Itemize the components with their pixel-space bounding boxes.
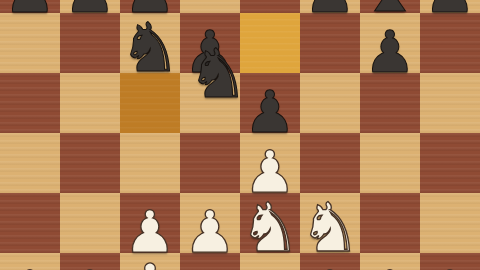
square-b3[interactable] [60, 193, 120, 253]
square-a3[interactable] [0, 193, 60, 253]
piece-black-pawn-g6[interactable]: ♟ [360, 13, 420, 73]
piece-black-pawn-b7[interactable]: ♟ [60, 0, 120, 13]
white-pawn-glyph: ♟ [184, 203, 236, 261]
white-pawn-glyph: ♟ [424, 263, 476, 270]
square-b5[interactable] [60, 73, 120, 133]
piece-white-knight-f3[interactable]: ♞ [300, 193, 360, 253]
white-pawn-glyph: ♟ [4, 263, 56, 270]
piece-black-bishop-g7[interactable]: ♝ [360, 0, 420, 13]
piece-black-pawn-a7[interactable]: ♟ [0, 0, 60, 13]
white-pawn-glyph: ♟ [304, 263, 356, 270]
square-e7[interactable] [240, 0, 300, 13]
square-h3[interactable] [420, 193, 480, 253]
square-d4[interactable] [180, 133, 240, 193]
piece-black-pawn-f7[interactable]: ♟ [300, 0, 360, 13]
piece-black-knight-c6[interactable]: ♞ [120, 13, 180, 73]
square-g3[interactable] [360, 193, 420, 253]
black-knight-glyph: ♞ [188, 40, 249, 108]
square-b4[interactable] [60, 133, 120, 193]
black-knight-glyph: ♞ [120, 14, 181, 82]
chess-board: ♟♟♟♟♝♟♞♟♟♟♟♟♟♞♞♟♟♝♟♟♟♞ [0, 0, 480, 270]
square-a4[interactable] [0, 133, 60, 193]
piece-white-pawn-c3[interactable]: ♟ [120, 193, 180, 253]
square-e6[interactable] [240, 13, 300, 73]
piece-black-pawn-h7[interactable]: ♟ [420, 0, 480, 13]
white-knight-glyph: ♞ [300, 194, 361, 262]
square-h4[interactable] [420, 133, 480, 193]
piece-white-pawn-f2[interactable]: ♟ [300, 253, 360, 270]
square-d7[interactable] [180, 0, 240, 13]
black-pawn-glyph: ♟ [4, 0, 56, 21]
piece-white-bishop-c2[interactable]: ♝ [120, 253, 180, 270]
black-pawn-glyph: ♟ [304, 0, 356, 21]
white-knight-glyph: ♞ [240, 194, 301, 262]
square-h5[interactable] [420, 73, 480, 133]
piece-white-pawn-b2[interactable]: ♟ [60, 253, 120, 270]
square-f4[interactable] [300, 133, 360, 193]
chess-board-viewport: ♟♟♟♟♝♟♞♟♟♟♟♟♟♞♞♟♟♝♟♟♟♞ [0, 0, 480, 270]
piece-black-pawn-e5[interactable]: ♟ [240, 73, 300, 133]
piece-white-pawn-e4[interactable]: ♟ [240, 133, 300, 193]
piece-white-knight-e3[interactable]: ♞ [240, 193, 300, 253]
black-pawn-glyph: ♟ [364, 23, 416, 81]
white-pawn-glyph: ♟ [64, 263, 116, 270]
square-c4[interactable] [120, 133, 180, 193]
piece-white-pawn-g2[interactable]: ♟ [360, 253, 420, 270]
black-pawn-glyph: ♟ [244, 83, 296, 141]
square-a5[interactable] [0, 73, 60, 133]
piece-white-pawn-h2[interactable]: ♟ [420, 253, 480, 270]
piece-white-pawn-d3[interactable]: ♟ [180, 193, 240, 253]
square-f5[interactable] [300, 73, 360, 133]
square-g4[interactable] [360, 133, 420, 193]
white-pawn-glyph: ♟ [364, 263, 416, 270]
white-bishop-glyph: ♝ [120, 256, 179, 270]
piece-white-pawn-a2[interactable]: ♟ [0, 253, 60, 270]
animated-piece-black-knight[interactable]: ♞ [188, 39, 248, 99]
black-pawn-glyph: ♟ [424, 0, 476, 21]
black-pawn-glyph: ♟ [64, 0, 116, 21]
